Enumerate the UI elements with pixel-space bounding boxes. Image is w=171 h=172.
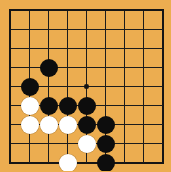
board-cell[interactable] <box>134 77 153 96</box>
board-cell[interactable] <box>77 96 96 115</box>
black-stone[interactable] <box>59 97 77 115</box>
white-stone[interactable] <box>21 116 39 134</box>
black-stone[interactable] <box>97 135 115 153</box>
board-cell[interactable] <box>58 134 77 153</box>
board-cell[interactable] <box>39 96 58 115</box>
board-cell[interactable] <box>96 96 115 115</box>
board-cell[interactable] <box>1 1 20 20</box>
board-cell[interactable] <box>58 115 77 134</box>
board-cell[interactable] <box>153 153 171 171</box>
board-cell[interactable] <box>115 115 134 134</box>
board-cell[interactable] <box>77 153 96 171</box>
board-cell[interactable] <box>39 39 58 58</box>
board-cell[interactable] <box>20 1 39 20</box>
black-stone[interactable] <box>78 97 96 115</box>
board-cell[interactable] <box>1 134 20 153</box>
board-cell[interactable] <box>134 20 153 39</box>
board-cell[interactable] <box>96 115 115 134</box>
board-cell[interactable] <box>1 96 20 115</box>
board-cell[interactable] <box>153 1 171 20</box>
board-cell[interactable] <box>58 153 77 171</box>
board-cell[interactable] <box>20 115 39 134</box>
board-cell[interactable] <box>77 58 96 77</box>
board-cell[interactable] <box>1 77 20 96</box>
board-cell[interactable] <box>134 153 153 171</box>
board-cell[interactable] <box>134 96 153 115</box>
black-stone[interactable] <box>40 59 58 77</box>
board-cell[interactable] <box>20 134 39 153</box>
board-cell[interactable] <box>115 153 134 171</box>
board-cell[interactable] <box>58 20 77 39</box>
board-cell[interactable] <box>77 115 96 134</box>
board-cell[interactable] <box>96 134 115 153</box>
white-stone[interactable] <box>21 97 39 115</box>
board-cell[interactable] <box>115 1 134 20</box>
board-cell[interactable] <box>115 96 134 115</box>
board-cell[interactable] <box>115 20 134 39</box>
black-stone[interactable] <box>97 154 115 172</box>
board-cell[interactable] <box>115 134 134 153</box>
board-cell[interactable] <box>1 20 20 39</box>
board-cell[interactable] <box>96 20 115 39</box>
board-cell[interactable] <box>77 134 96 153</box>
black-stone[interactable] <box>21 78 39 96</box>
white-stone[interactable] <box>59 116 77 134</box>
black-stone[interactable] <box>78 116 96 134</box>
board-cell[interactable] <box>39 58 58 77</box>
board-cell[interactable] <box>20 153 39 171</box>
board-cell[interactable] <box>20 96 39 115</box>
board-cell[interactable] <box>77 39 96 58</box>
board-cell[interactable] <box>115 58 134 77</box>
board-cell[interactable] <box>153 20 171 39</box>
black-stone[interactable] <box>40 97 58 115</box>
board-cell[interactable] <box>153 96 171 115</box>
white-stone[interactable] <box>40 116 58 134</box>
black-stone[interactable] <box>97 116 115 134</box>
board-cell[interactable] <box>39 153 58 171</box>
board-cell[interactable] <box>20 20 39 39</box>
board-cell[interactable] <box>39 134 58 153</box>
board-cell[interactable] <box>96 77 115 96</box>
go-board[interactable] <box>1 1 171 171</box>
board-cell[interactable] <box>1 58 20 77</box>
board-cell[interactable] <box>153 77 171 96</box>
board-cell[interactable] <box>58 96 77 115</box>
board-cell[interactable] <box>77 1 96 20</box>
board-cell[interactable] <box>115 77 134 96</box>
white-stone[interactable] <box>78 135 96 153</box>
board-cell[interactable] <box>20 39 39 58</box>
board-cell[interactable] <box>134 1 153 20</box>
board-cell[interactable] <box>134 115 153 134</box>
board-cell[interactable] <box>115 39 134 58</box>
board-cell[interactable] <box>134 39 153 58</box>
board-cell[interactable] <box>96 39 115 58</box>
board-cell[interactable] <box>39 20 58 39</box>
board-cell[interactable] <box>58 39 77 58</box>
board-cell[interactable] <box>77 77 96 96</box>
go-diagram <box>0 0 171 171</box>
board-cell[interactable] <box>96 58 115 77</box>
white-stone[interactable] <box>59 154 77 172</box>
board-cell[interactable] <box>39 115 58 134</box>
board-cell[interactable] <box>20 58 39 77</box>
board-cell[interactable] <box>153 39 171 58</box>
board-cell[interactable] <box>1 39 20 58</box>
board-cell[interactable] <box>153 58 171 77</box>
board-cell[interactable] <box>134 134 153 153</box>
board-cell[interactable] <box>96 153 115 171</box>
board-cell[interactable] <box>77 20 96 39</box>
board-cell[interactable] <box>1 153 20 171</box>
board-cell[interactable] <box>96 1 115 20</box>
board-cell[interactable] <box>39 1 58 20</box>
board-cell[interactable] <box>58 58 77 77</box>
board-cell[interactable] <box>58 1 77 20</box>
board-cell[interactable] <box>58 77 77 96</box>
board-cell[interactable] <box>1 115 20 134</box>
board-cell[interactable] <box>20 77 39 96</box>
board-cell[interactable] <box>134 58 153 77</box>
board-cell[interactable] <box>39 77 58 96</box>
board-cell[interactable] <box>153 134 171 153</box>
board-cell[interactable] <box>153 115 171 134</box>
